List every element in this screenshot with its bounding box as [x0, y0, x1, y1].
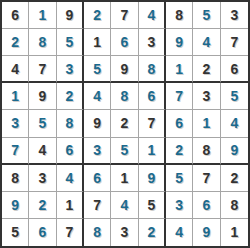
sudoku-cell-r7c7[interactable]: 5 [166, 165, 193, 192]
sudoku-cell-r5c5[interactable]: 2 [111, 110, 138, 137]
sudoku-cell-r3c3[interactable]: 3 [57, 56, 84, 83]
sudoku-cell-r4c2[interactable]: 9 [29, 83, 56, 110]
sudoku-cell-r5c3[interactable]: 8 [57, 110, 84, 137]
sudoku-cell-r9c6[interactable]: 2 [139, 219, 166, 246]
sudoku-cell-r4c1[interactable]: 1 [2, 83, 29, 110]
sudoku-cell-r6c9[interactable]: 9 [221, 138, 248, 165]
sudoku-cell-r1c6[interactable]: 4 [139, 2, 166, 29]
sudoku-cell-r8c7[interactable]: 3 [166, 192, 193, 219]
sudoku-cell-r6c4[interactable]: 3 [84, 138, 111, 165]
sudoku-cell-r2c5[interactable]: 6 [111, 29, 138, 56]
sudoku-cell-r8c1[interactable]: 9 [2, 192, 29, 219]
sudoku-cell-r5c8[interactable]: 1 [193, 110, 220, 137]
sudoku-cell-r2c8[interactable]: 4 [193, 29, 220, 56]
sudoku-app: 6192748532851639474735981261924867353589… [0, 0, 250, 248]
sudoku-cell-r9c3[interactable]: 7 [57, 219, 84, 246]
sudoku-cell-r3c7[interactable]: 1 [166, 56, 193, 83]
sudoku-cell-r3c9[interactable]: 6 [221, 56, 248, 83]
sudoku-cell-r3c6[interactable]: 8 [139, 56, 166, 83]
sudoku-cell-r2c4[interactable]: 1 [84, 29, 111, 56]
sudoku-cell-r5c7[interactable]: 6 [166, 110, 193, 137]
sudoku-cell-r7c8[interactable]: 7 [193, 165, 220, 192]
sudoku-cell-r5c6[interactable]: 7 [139, 110, 166, 137]
sudoku-cell-r1c2[interactable]: 1 [29, 2, 56, 29]
sudoku-cell-r7c1[interactable]: 8 [2, 165, 29, 192]
sudoku-cell-r2c6[interactable]: 3 [139, 29, 166, 56]
sudoku-cell-r8c9[interactable]: 8 [221, 192, 248, 219]
sudoku-cell-r2c1[interactable]: 2 [2, 29, 29, 56]
sudoku-cell-r6c7[interactable]: 2 [166, 138, 193, 165]
sudoku-cell-r4c4[interactable]: 4 [84, 83, 111, 110]
sudoku-board: 6192748532851639474735981261924867353589… [0, 0, 250, 248]
sudoku-cell-r1c5[interactable]: 7 [111, 2, 138, 29]
sudoku-cell-r6c6[interactable]: 1 [139, 138, 166, 165]
sudoku-cell-r8c5[interactable]: 4 [111, 192, 138, 219]
sudoku-cell-r4c3[interactable]: 2 [57, 83, 84, 110]
sudoku-cell-r5c9[interactable]: 4 [221, 110, 248, 137]
sudoku-cell-r3c5[interactable]: 9 [111, 56, 138, 83]
sudoku-cell-r6c8[interactable]: 8 [193, 138, 220, 165]
sudoku-cell-r1c9[interactable]: 3 [221, 2, 248, 29]
sudoku-cell-r8c8[interactable]: 6 [193, 192, 220, 219]
sudoku-cell-r3c2[interactable]: 7 [29, 56, 56, 83]
sudoku-cell-r4c9[interactable]: 5 [221, 83, 248, 110]
sudoku-cell-r7c2[interactable]: 3 [29, 165, 56, 192]
sudoku-cell-r9c7[interactable]: 4 [166, 219, 193, 246]
sudoku-cell-r6c1[interactable]: 7 [2, 138, 29, 165]
sudoku-cell-r1c8[interactable]: 5 [193, 2, 220, 29]
sudoku-cell-r4c7[interactable]: 7 [166, 83, 193, 110]
sudoku-cell-r4c8[interactable]: 3 [193, 83, 220, 110]
sudoku-cell-r1c4[interactable]: 2 [84, 2, 111, 29]
sudoku-cell-r1c1[interactable]: 6 [2, 2, 29, 29]
sudoku-cell-r7c6[interactable]: 9 [139, 165, 166, 192]
sudoku-cell-r6c2[interactable]: 4 [29, 138, 56, 165]
sudoku-cell-r1c3[interactable]: 9 [57, 2, 84, 29]
sudoku-cell-r5c4[interactable]: 9 [84, 110, 111, 137]
sudoku-cell-r7c3[interactable]: 4 [57, 165, 84, 192]
sudoku-cell-r9c5[interactable]: 3 [111, 219, 138, 246]
sudoku-cell-r2c3[interactable]: 5 [57, 29, 84, 56]
sudoku-cell-r9c9[interactable]: 1 [221, 219, 248, 246]
sudoku-cell-r8c2[interactable]: 2 [29, 192, 56, 219]
sudoku-cell-r6c3[interactable]: 6 [57, 138, 84, 165]
sudoku-cell-r8c4[interactable]: 7 [84, 192, 111, 219]
sudoku-cell-r3c8[interactable]: 2 [193, 56, 220, 83]
sudoku-cell-r3c4[interactable]: 5 [84, 56, 111, 83]
sudoku-cell-r3c1[interactable]: 4 [2, 56, 29, 83]
sudoku-cell-r7c4[interactable]: 6 [84, 165, 111, 192]
sudoku-cell-r4c6[interactable]: 6 [139, 83, 166, 110]
sudoku-cell-r9c2[interactable]: 6 [29, 219, 56, 246]
sudoku-cell-r8c3[interactable]: 1 [57, 192, 84, 219]
sudoku-cell-r9c4[interactable]: 8 [84, 219, 111, 246]
sudoku-cell-r7c5[interactable]: 1 [111, 165, 138, 192]
sudoku-cell-r8c6[interactable]: 5 [139, 192, 166, 219]
sudoku-cell-r5c2[interactable]: 5 [29, 110, 56, 137]
sudoku-cell-r2c9[interactable]: 7 [221, 29, 248, 56]
sudoku-cell-r6c5[interactable]: 5 [111, 138, 138, 165]
sudoku-cell-r9c8[interactable]: 9 [193, 219, 220, 246]
sudoku-cell-r7c9[interactable]: 2 [221, 165, 248, 192]
sudoku-cell-r4c5[interactable]: 8 [111, 83, 138, 110]
sudoku-cell-r2c2[interactable]: 8 [29, 29, 56, 56]
sudoku-cell-r5c1[interactable]: 3 [2, 110, 29, 137]
sudoku-cell-r9c1[interactable]: 5 [2, 219, 29, 246]
sudoku-cell-r2c7[interactable]: 9 [166, 29, 193, 56]
sudoku-cell-r1c7[interactable]: 8 [166, 2, 193, 29]
